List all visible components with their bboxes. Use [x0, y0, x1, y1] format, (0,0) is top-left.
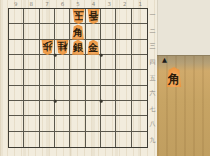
square-4-4[interactable] [86, 55, 101, 70]
square-8-7[interactable] [24, 101, 39, 116]
rank-label-2: 二 [148, 24, 157, 40]
square-1-8[interactable] [132, 116, 147, 131]
square-6-5[interactable] [55, 70, 70, 85]
file-label-8: 8 [24, 0, 40, 8]
rank-label-1: 一 [148, 8, 157, 24]
square-9-1[interactable] [9, 9, 24, 24]
square-6-1[interactable] [55, 9, 70, 24]
square-1-6[interactable] [132, 86, 147, 101]
file-labels: 987654321 [8, 0, 148, 8]
rank-label-5: 五 [148, 70, 157, 86]
square-6-7[interactable] [55, 101, 70, 116]
square-2-5[interactable] [116, 70, 131, 85]
piece-kanji: 金 [87, 42, 100, 55]
square-3-9[interactable] [101, 132, 116, 147]
square-5-9[interactable] [70, 132, 85, 147]
square-6-6[interactable] [55, 86, 70, 101]
square-5-8[interactable] [70, 116, 85, 131]
sente-hand-tray: ▲ 角 [157, 55, 210, 156]
side-panel: ▲ 角 [157, 0, 210, 156]
square-9-2[interactable] [9, 24, 24, 39]
square-1-2[interactable] [132, 24, 147, 39]
square-1-5[interactable] [132, 70, 147, 85]
file-label-3: 3 [101, 0, 117, 8]
square-3-3[interactable] [101, 40, 116, 55]
file-label-2: 2 [117, 0, 133, 8]
square-1-7[interactable] [132, 101, 147, 116]
square-7-8[interactable] [40, 116, 55, 131]
app-background [157, 0, 210, 55]
square-9-4[interactable] [9, 55, 24, 70]
square-7-2[interactable] [40, 24, 55, 39]
square-5-7[interactable] [70, 101, 85, 116]
hoshi-dot [100, 100, 103, 103]
square-7-4[interactable] [40, 55, 55, 70]
square-8-2[interactable] [24, 24, 39, 39]
square-6-4[interactable] [55, 55, 70, 70]
rank-label-3: 三 [148, 39, 157, 55]
square-2-2[interactable] [116, 24, 131, 39]
hoshi-dot [54, 100, 57, 103]
rank-label-8: 八 [148, 117, 157, 133]
square-4-5[interactable] [86, 70, 101, 85]
square-3-5[interactable] [101, 70, 116, 85]
square-9-9[interactable] [9, 132, 24, 147]
file-label-7: 7 [39, 0, 55, 8]
board-grid: 玉香角歩桂銀金 [8, 8, 148, 148]
sente-marker: ▲ [162, 57, 167, 64]
square-3-7[interactable] [101, 101, 116, 116]
piece-hand-bishop[interactable]: 角 [166, 67, 182, 87]
piece-kanji: 角 [166, 71, 182, 88]
piece-kanji: 銀 [72, 42, 85, 55]
square-5-5[interactable] [70, 70, 85, 85]
square-8-6[interactable] [24, 86, 39, 101]
file-label-5: 5 [70, 0, 86, 8]
file-label-1: 1 [133, 0, 149, 8]
square-2-8[interactable] [116, 116, 131, 131]
square-3-1[interactable] [101, 9, 116, 24]
square-4-6[interactable] [86, 86, 101, 101]
square-6-9[interactable] [55, 132, 70, 147]
hoshi-dot [100, 54, 103, 57]
rank-label-7: 七 [148, 101, 157, 117]
square-3-2[interactable] [101, 24, 116, 39]
square-7-9[interactable] [40, 132, 55, 147]
square-9-8[interactable] [9, 116, 24, 131]
square-1-4[interactable] [132, 55, 147, 70]
square-4-2[interactable] [86, 24, 101, 39]
square-2-4[interactable] [116, 55, 131, 70]
piece-kanji: 角 [72, 27, 85, 40]
square-3-4[interactable] [101, 55, 116, 70]
square-3-6[interactable] [101, 86, 116, 101]
square-4-8[interactable] [86, 116, 101, 131]
rank-labels: 一二三四五六七八九 [148, 8, 157, 148]
square-1-1[interactable] [132, 9, 147, 24]
square-2-1[interactable] [116, 9, 131, 24]
square-9-7[interactable] [9, 101, 24, 116]
square-4-7[interactable] [86, 101, 101, 116]
rank-label-9: 九 [148, 133, 157, 149]
file-label-4: 4 [86, 0, 102, 8]
square-2-7[interactable] [116, 101, 131, 116]
square-3-8[interactable] [101, 116, 116, 131]
square-6-8[interactable] [55, 116, 70, 131]
square-7-1[interactable] [40, 9, 55, 24]
square-4-9[interactable] [86, 132, 101, 147]
square-8-1[interactable] [24, 9, 39, 24]
square-9-5[interactable] [9, 70, 24, 85]
file-label-6: 6 [55, 0, 71, 8]
rank-label-6: 六 [148, 86, 157, 102]
square-2-6[interactable] [116, 86, 131, 101]
file-label-9: 9 [8, 0, 24, 8]
shogi-board: 987654321 一二三四五六七八九 玉香角歩桂銀金 [0, 0, 157, 156]
square-8-9[interactable] [24, 132, 39, 147]
square-1-3[interactable] [132, 40, 147, 55]
square-6-2[interactable] [55, 24, 70, 39]
square-7-7[interactable] [40, 101, 55, 116]
square-2-9[interactable] [116, 132, 131, 147]
square-8-5[interactable] [24, 70, 39, 85]
square-5-4[interactable] [70, 55, 85, 70]
square-8-8[interactable] [24, 116, 39, 131]
square-8-4[interactable] [24, 55, 39, 70]
square-9-3[interactable] [9, 40, 24, 55]
square-7-5[interactable] [40, 70, 55, 85]
shogi-app-screen: 987654321 一二三四五六七八九 玉香角歩桂銀金 ▲ 角 [0, 0, 210, 156]
square-5-6[interactable] [70, 86, 85, 101]
square-8-3[interactable] [24, 40, 39, 55]
square-1-9[interactable] [132, 132, 147, 147]
square-7-6[interactable] [40, 86, 55, 101]
square-9-6[interactable] [9, 86, 24, 101]
hoshi-dot [54, 54, 57, 57]
square-2-3[interactable] [116, 40, 131, 55]
rank-label-4: 四 [148, 55, 157, 71]
